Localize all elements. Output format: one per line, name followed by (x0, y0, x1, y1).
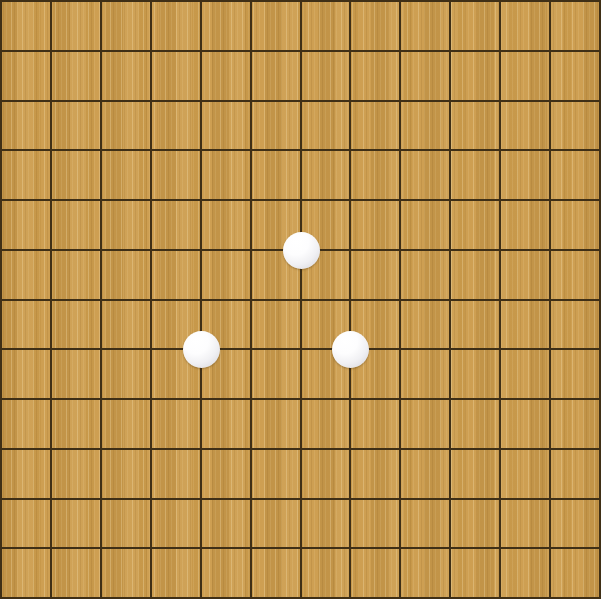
white-stone-E6 (183, 331, 220, 368)
white-stone-H6 (332, 331, 369, 368)
go-board[interactable] (0, 0, 601, 599)
white-stone-G8 (283, 232, 320, 269)
grid-line-vertical (499, 0, 501, 599)
grid-line-vertical (549, 0, 551, 599)
grid-line-vertical (399, 0, 401, 599)
grid-line-horizontal (0, 348, 601, 350)
grid-line-horizontal (0, 498, 601, 500)
grid-line-horizontal (0, 299, 601, 301)
grid-line-horizontal (0, 398, 601, 400)
grid-line-vertical (349, 0, 351, 599)
grid-line-vertical (449, 0, 451, 599)
grid-line-horizontal (0, 547, 601, 549)
grid-line-horizontal (0, 448, 601, 450)
